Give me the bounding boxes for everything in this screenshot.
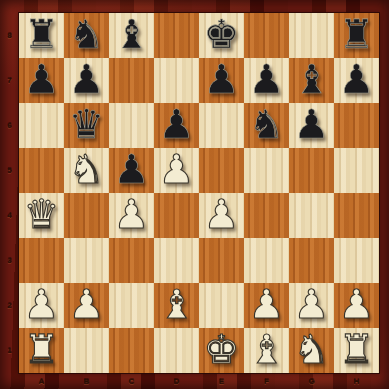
square-d4[interactable] — [154, 193, 199, 238]
square-a8[interactable]: ♜ — [19, 13, 64, 58]
black-rook[interactable]: ♜ — [334, 13, 379, 58]
white-bishop[interactable]: ♝ — [154, 283, 199, 328]
chess-board-frame: 87654321 ABCDEFGH ♜♞♝♚♜♟♟♟♟♝♟♛♟♞♟♞♟♟♛♟♟♟… — [0, 0, 389, 389]
white-rook[interactable]: ♜ — [334, 328, 379, 373]
white-pawn[interactable]: ♟ — [64, 283, 109, 328]
square-g2[interactable]: ♟ — [289, 283, 334, 328]
square-e2[interactable] — [199, 283, 244, 328]
rank-label-4: 4 — [7, 211, 11, 220]
rank-label-5: 5 — [7, 166, 11, 175]
square-e4[interactable]: ♟ — [199, 193, 244, 238]
black-pawn[interactable]: ♟ — [244, 58, 289, 103]
square-e3[interactable] — [199, 238, 244, 283]
square-f1[interactable]: ♝ — [244, 328, 289, 373]
file-label-g: G — [308, 377, 314, 386]
rank-label-2: 2 — [7, 301, 11, 310]
black-pawn[interactable]: ♟ — [19, 58, 64, 103]
white-pawn[interactable]: ♟ — [244, 283, 289, 328]
black-pawn[interactable]: ♟ — [109, 148, 154, 193]
square-f8[interactable] — [244, 13, 289, 58]
rank-label-cell: 3 — [0, 238, 19, 283]
black-pawn[interactable]: ♟ — [199, 58, 244, 103]
black-pawn[interactable]: ♟ — [334, 58, 379, 103]
square-d7[interactable] — [154, 58, 199, 103]
square-c3[interactable] — [109, 238, 154, 283]
black-pawn[interactable]: ♟ — [64, 58, 109, 103]
square-c4[interactable]: ♟ — [109, 193, 154, 238]
square-f2[interactable]: ♟ — [244, 283, 289, 328]
square-e1[interactable]: ♚ — [199, 328, 244, 373]
square-h6[interactable] — [334, 103, 379, 148]
square-a2[interactable]: ♟ — [19, 283, 64, 328]
rank-label-cell: 2 — [0, 283, 19, 328]
square-b5[interactable]: ♞ — [64, 148, 109, 193]
square-g5[interactable] — [289, 148, 334, 193]
white-pawn[interactable]: ♟ — [19, 283, 64, 328]
white-pawn[interactable]: ♟ — [109, 193, 154, 238]
square-b1[interactable] — [64, 328, 109, 373]
rank-label-8: 8 — [7, 31, 11, 40]
file-label-b: B — [84, 377, 90, 386]
square-g3[interactable] — [289, 238, 334, 283]
rank-label-cell: 4 — [0, 193, 19, 238]
white-pawn[interactable]: ♟ — [199, 193, 244, 238]
square-c2[interactable] — [109, 283, 154, 328]
square-c6[interactable] — [109, 103, 154, 148]
square-e6[interactable] — [199, 103, 244, 148]
white-knight[interactable]: ♞ — [289, 328, 334, 373]
square-h4[interactable] — [334, 193, 379, 238]
black-pawn[interactable]: ♟ — [154, 103, 199, 148]
file-label-cell: A — [19, 373, 64, 389]
square-d1[interactable] — [154, 328, 199, 373]
file-label-cell: C — [109, 373, 154, 389]
square-g1[interactable]: ♞ — [289, 328, 334, 373]
rank-label-7: 7 — [7, 76, 11, 85]
rank-label-6: 6 — [7, 121, 11, 130]
file-label-f: F — [264, 377, 269, 386]
file-label-h: H — [354, 377, 360, 386]
square-c7[interactable] — [109, 58, 154, 103]
square-a4[interactable]: ♛ — [19, 193, 64, 238]
rank-labels: 87654321 — [0, 13, 19, 373]
white-bishop[interactable]: ♝ — [244, 328, 289, 373]
square-f3[interactable] — [244, 238, 289, 283]
white-knight[interactable]: ♞ — [64, 148, 109, 193]
square-a1[interactable]: ♜ — [19, 328, 64, 373]
file-label-cell: D — [154, 373, 199, 389]
square-b4[interactable] — [64, 193, 109, 238]
file-label-cell: G — [289, 373, 334, 389]
rank-label-cell: 6 — [0, 103, 19, 148]
black-knight[interactable]: ♞ — [64, 13, 109, 58]
rank-label-cell: 7 — [0, 58, 19, 103]
square-c8[interactable]: ♝ — [109, 13, 154, 58]
black-queen[interactable]: ♛ — [64, 103, 109, 148]
square-h8[interactable]: ♜ — [334, 13, 379, 58]
square-e5[interactable] — [199, 148, 244, 193]
rank-label-cell: 1 — [0, 328, 19, 373]
square-h1[interactable]: ♜ — [334, 328, 379, 373]
file-label-d: D — [174, 377, 180, 386]
file-label-cell: H — [334, 373, 379, 389]
square-a3[interactable] — [19, 238, 64, 283]
square-f4[interactable] — [244, 193, 289, 238]
square-c5[interactable]: ♟ — [109, 148, 154, 193]
square-a5[interactable] — [19, 148, 64, 193]
white-king[interactable]: ♚ — [199, 328, 244, 373]
white-rook[interactable]: ♜ — [19, 328, 64, 373]
square-b8[interactable]: ♞ — [64, 13, 109, 58]
square-e7[interactable]: ♟ — [199, 58, 244, 103]
square-f6[interactable]: ♞ — [244, 103, 289, 148]
white-pawn[interactable]: ♟ — [154, 148, 199, 193]
square-e8[interactable]: ♚ — [199, 13, 244, 58]
black-pawn[interactable]: ♟ — [289, 103, 334, 148]
square-g8[interactable] — [289, 13, 334, 58]
square-d3[interactable] — [154, 238, 199, 283]
square-b2[interactable]: ♟ — [64, 283, 109, 328]
square-f7[interactable]: ♟ — [244, 58, 289, 103]
square-c1[interactable] — [109, 328, 154, 373]
rank-label-cell: 5 — [0, 148, 19, 193]
chess-board[interactable]: ♜♞♝♚♜♟♟♟♟♝♟♛♟♞♟♞♟♟♛♟♟♟♟♝♟♟♟♜♚♝♞♜ — [19, 13, 379, 373]
rank-label-3: 3 — [7, 256, 11, 265]
square-g7[interactable]: ♝ — [289, 58, 334, 103]
square-b7[interactable]: ♟ — [64, 58, 109, 103]
square-d2[interactable]: ♝ — [154, 283, 199, 328]
square-h7[interactable]: ♟ — [334, 58, 379, 103]
square-h5[interactable] — [334, 148, 379, 193]
rank-label-cell: 8 — [0, 13, 19, 58]
file-labels: ABCDEFGH — [19, 373, 379, 389]
file-label-a: A — [39, 377, 45, 386]
square-f5[interactable] — [244, 148, 289, 193]
file-label-cell: F — [244, 373, 289, 389]
file-label-e: E — [219, 377, 224, 386]
white-queen[interactable]: ♛ — [19, 193, 64, 238]
square-a7[interactable]: ♟ — [19, 58, 64, 103]
black-bishop[interactable]: ♝ — [289, 58, 334, 103]
black-bishop[interactable]: ♝ — [109, 13, 154, 58]
square-b3[interactable] — [64, 238, 109, 283]
black-king[interactable]: ♚ — [199, 13, 244, 58]
square-h2[interactable]: ♟ — [334, 283, 379, 328]
square-d6[interactable]: ♟ — [154, 103, 199, 148]
file-label-c: C — [129, 377, 135, 386]
white-pawn[interactable]: ♟ — [334, 283, 379, 328]
square-d5[interactable]: ♟ — [154, 148, 199, 193]
square-g4[interactable] — [289, 193, 334, 238]
rank-label-1: 1 — [7, 346, 11, 355]
file-label-cell: E — [199, 373, 244, 389]
file-label-cell: B — [64, 373, 109, 389]
square-a6[interactable] — [19, 103, 64, 148]
square-b6[interactable]: ♛ — [64, 103, 109, 148]
black-knight[interactable]: ♞ — [244, 103, 289, 148]
black-rook[interactable]: ♜ — [19, 13, 64, 58]
white-pawn[interactable]: ♟ — [289, 283, 334, 328]
square-g6[interactable]: ♟ — [289, 103, 334, 148]
square-h3[interactable] — [334, 238, 379, 283]
square-d8[interactable] — [154, 13, 199, 58]
